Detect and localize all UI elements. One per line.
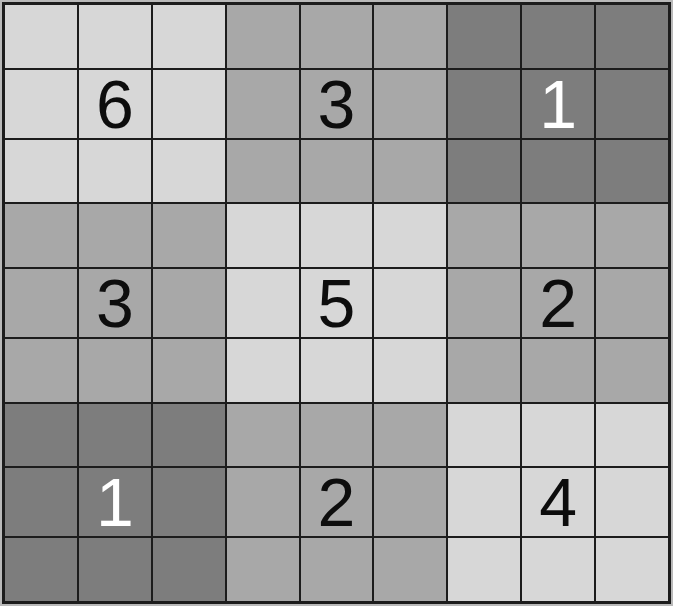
grid-cell[interactable] [596,70,668,138]
grid-cell[interactable] [448,140,520,203]
grid-cell[interactable] [153,404,225,467]
grid-cell-given[interactable]: 2 [301,468,373,536]
grid-cell[interactable] [448,404,520,467]
grid-cell[interactable] [153,538,225,601]
grid-cell[interactable] [227,5,299,68]
grid-cell[interactable] [522,140,594,203]
grid-cell[interactable] [227,140,299,203]
grid-cell-given[interactable]: 1 [522,70,594,138]
grid-cell[interactable] [301,204,373,267]
grid-cell[interactable] [5,140,77,203]
grid-cell[interactable] [374,339,446,402]
grid-cell[interactable] [79,5,151,68]
grid-cell[interactable] [374,204,446,267]
grid-cell[interactable] [5,269,77,337]
grid-cell[interactable] [522,339,594,402]
grid-cell[interactable] [227,339,299,402]
grid-cell[interactable] [448,204,520,267]
grid-cell[interactable] [596,468,668,536]
grid-cell-given[interactable]: 6 [79,70,151,138]
grid-cell-given[interactable]: 2 [522,269,594,337]
grid-cell[interactable] [5,204,77,267]
grid-cell[interactable] [301,538,373,601]
grid-cell[interactable] [301,404,373,467]
grid-cell[interactable] [374,70,446,138]
grid-cell[interactable] [301,5,373,68]
grid-cell[interactable] [596,538,668,601]
grid-cell[interactable] [153,468,225,536]
grid-cell[interactable] [596,5,668,68]
grid-cell[interactable] [374,404,446,467]
grid-cell[interactable] [79,538,151,601]
grid-cell[interactable] [5,5,77,68]
grid-cell[interactable] [301,339,373,402]
grid-cell[interactable] [153,140,225,203]
grid-cell[interactable] [374,269,446,337]
grid-cell-given[interactable]: 1 [79,468,151,536]
grid-cell[interactable] [153,5,225,68]
grid-cell[interactable] [596,404,668,467]
grid-cell[interactable] [5,339,77,402]
grid-cell-given[interactable]: 3 [301,70,373,138]
grid-cell[interactable] [5,70,77,138]
grid-cell[interactable] [153,269,225,337]
grid-cell[interactable] [5,538,77,601]
grid-cell[interactable] [153,339,225,402]
grid-cell[interactable] [301,140,373,203]
grid-cell-given[interactable]: 3 [79,269,151,337]
grid-cell[interactable] [227,204,299,267]
grid-cell[interactable] [522,404,594,467]
grid-cell[interactable] [153,70,225,138]
grid-cell[interactable] [596,140,668,203]
grid-cell[interactable] [448,468,520,536]
grid-cell[interactable] [448,538,520,601]
grid-cell[interactable] [522,5,594,68]
sudoku-board: 631352124 [5,5,668,601]
grid-cell[interactable] [448,339,520,402]
grid-cell-given[interactable]: 4 [522,468,594,536]
grid-cell[interactable] [596,269,668,337]
grid-cell[interactable] [596,204,668,267]
grid-cell[interactable] [596,339,668,402]
grid-cell[interactable] [374,140,446,203]
grid-cell[interactable] [79,339,151,402]
grid-cell[interactable] [79,140,151,203]
grid-cell[interactable] [5,404,77,467]
grid-cell[interactable] [227,70,299,138]
puzzle-frame: 631352124 [0,0,673,606]
grid-cell[interactable] [153,204,225,267]
grid-cell[interactable] [227,538,299,601]
grid-cell[interactable] [448,70,520,138]
grid-cell[interactable] [448,269,520,337]
grid-cell[interactable] [5,468,77,536]
grid-cell[interactable] [448,5,520,68]
grid-cell[interactable] [374,468,446,536]
grid-cell[interactable] [522,204,594,267]
grid-cell[interactable] [522,538,594,601]
grid-cell[interactable] [374,5,446,68]
grid-cell[interactable] [374,538,446,601]
grid-cell[interactable] [79,204,151,267]
grid-cell[interactable] [227,269,299,337]
grid-cell[interactable] [227,468,299,536]
grid-cell[interactable] [227,404,299,467]
grid-cell[interactable] [79,404,151,467]
grid-cell-given[interactable]: 5 [301,269,373,337]
